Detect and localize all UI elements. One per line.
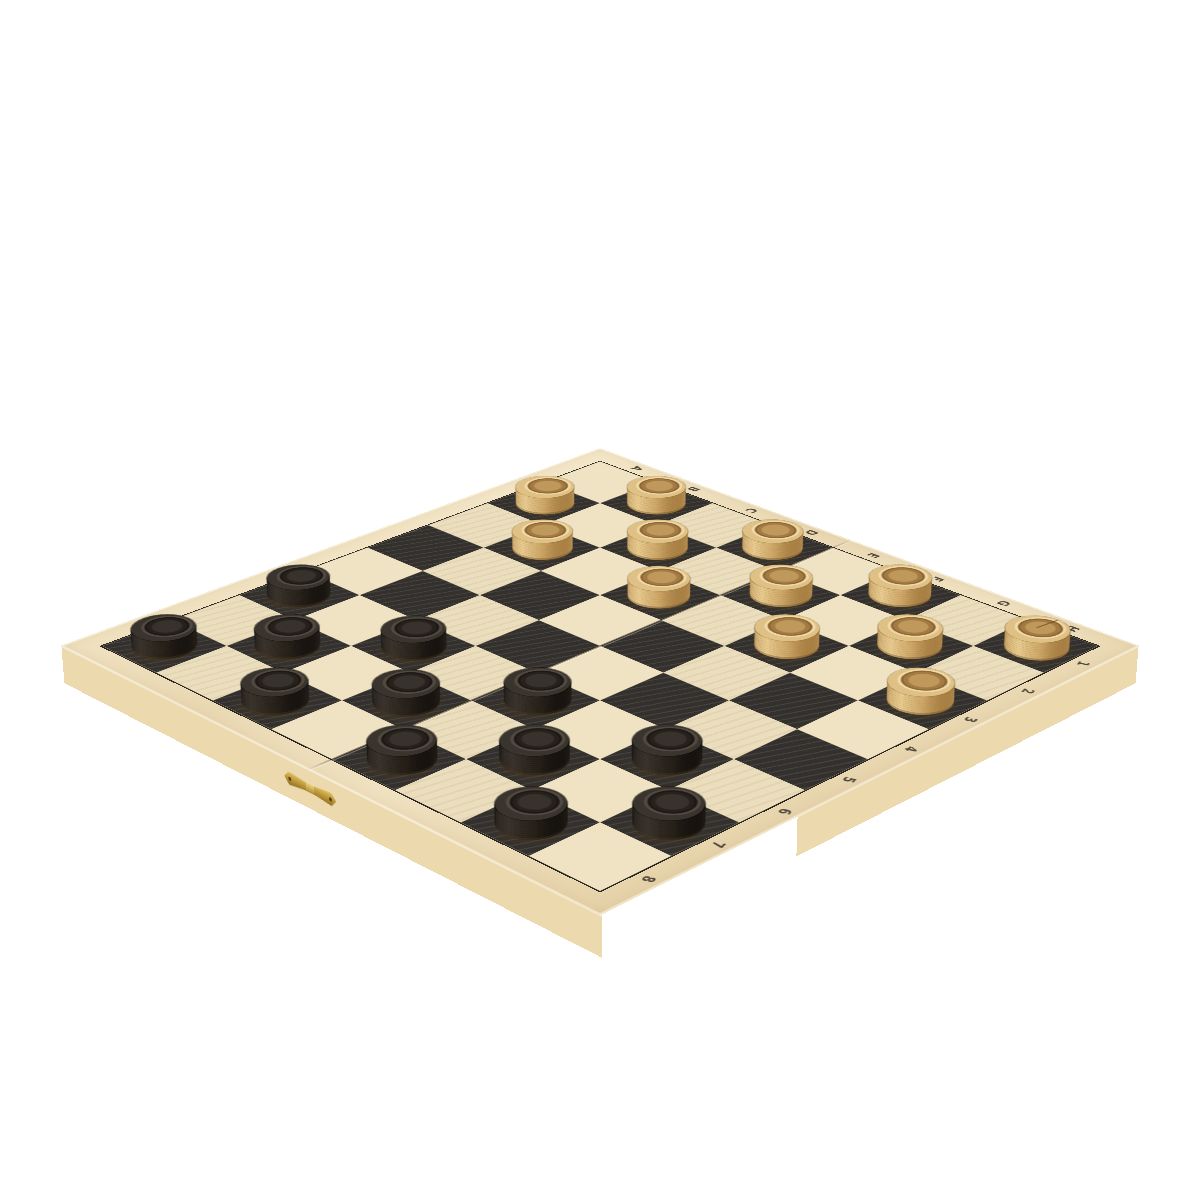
pieces-layer xyxy=(60,448,1140,916)
dark-checker-e8 xyxy=(354,737,451,781)
light-checker-g2 xyxy=(864,626,954,664)
scene: ABCDEFGH 12345678 xyxy=(0,0,1200,1200)
brass-clasp-center xyxy=(306,781,315,796)
rank-label-5: 5 xyxy=(798,763,899,796)
light-checker-a2 xyxy=(504,487,586,518)
dark-checker-b7 xyxy=(242,626,332,664)
dark-checker-g6 xyxy=(618,737,715,781)
light-checker-h3 xyxy=(873,680,967,721)
light-checker-d1 xyxy=(730,531,815,564)
light-checker-h1 xyxy=(991,628,1082,666)
light-checker-b3 xyxy=(500,531,585,564)
light-checker-c2 xyxy=(615,531,700,564)
crack-detail xyxy=(1036,620,1058,628)
light-checker-f1 xyxy=(856,576,943,612)
dark-checker-g8 xyxy=(481,799,582,847)
dark-checker-c8 xyxy=(228,680,322,721)
checkers-board: ABCDEFGH 12345678 xyxy=(60,448,1140,916)
rank-label-2: 2 xyxy=(980,676,1076,706)
light-checker-b1 xyxy=(615,487,697,518)
dark-checker-e6 xyxy=(491,680,585,721)
dark-checker-a6 xyxy=(255,576,342,612)
rank-label-4: 4 xyxy=(861,733,961,765)
dark-checker-a8 xyxy=(119,626,209,664)
dark-checker-c6 xyxy=(369,628,460,666)
dark-checker-f7 xyxy=(486,737,583,781)
light-checker-f3 xyxy=(741,626,831,664)
dark-checker-d7 xyxy=(359,681,453,722)
light-checker-e2 xyxy=(737,576,824,612)
board-top-surface: ABCDEFGH 12345678 xyxy=(60,448,1140,916)
